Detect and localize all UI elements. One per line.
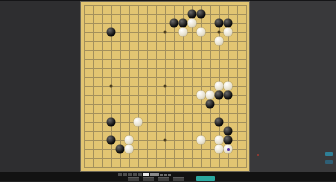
right-edge-badge-top	[325, 152, 333, 156]
nav-segment[interactable]	[118, 173, 122, 176]
black-stone	[206, 100, 215, 109]
goban-grid[interactable]	[84, 5, 247, 168]
white-stone	[197, 136, 206, 145]
white-stone	[215, 82, 224, 91]
black-stone	[224, 91, 233, 100]
control-button-3[interactable]	[158, 177, 169, 182]
control-button-2[interactable]	[143, 177, 154, 182]
black-stone	[215, 91, 224, 100]
go-viewer-window	[0, 0, 336, 181]
black-stone	[224, 136, 233, 145]
black-stone	[107, 118, 116, 127]
teal-action-button[interactable]	[196, 176, 215, 181]
black-stone	[107, 136, 116, 145]
control-button-row	[128, 177, 184, 181]
bottom-toolbar	[0, 172, 336, 181]
last-move-marker	[227, 148, 230, 151]
black-stone	[116, 145, 125, 154]
white-stone	[188, 19, 197, 28]
star-point	[110, 85, 113, 88]
control-button-4[interactable]	[173, 177, 184, 182]
control-button-1[interactable]	[128, 177, 139, 182]
white-stone	[215, 145, 224, 154]
white-stone	[215, 136, 224, 145]
white-stone	[125, 136, 134, 145]
white-stone	[206, 91, 215, 100]
nav-dash[interactable]	[160, 174, 163, 176]
go-board[interactable]	[80, 1, 250, 172]
black-stone	[224, 127, 233, 136]
white-stone	[224, 82, 233, 91]
black-stone	[215, 118, 224, 127]
white-stone	[197, 91, 206, 100]
black-stone	[197, 10, 206, 19]
white-stone	[179, 28, 188, 37]
nav-dash[interactable]	[164, 174, 167, 176]
star-point	[218, 31, 221, 34]
black-stone	[107, 28, 116, 37]
star-point	[164, 85, 167, 88]
black-stone	[215, 19, 224, 28]
white-stone	[134, 118, 143, 127]
nav-dash[interactable]	[168, 174, 171, 176]
black-stone	[170, 19, 179, 28]
black-stone	[224, 19, 233, 28]
white-stone	[224, 28, 233, 37]
white-stone	[125, 145, 134, 154]
nav-segment[interactable]	[123, 173, 127, 176]
left-letterbox	[0, 0, 80, 172]
white-stone	[215, 37, 224, 46]
white-stone	[197, 28, 206, 37]
right-letterbox	[250, 0, 336, 172]
right-edge-badge-bottom	[325, 160, 333, 164]
star-point	[164, 139, 167, 142]
red-indicator-dot	[257, 154, 259, 156]
star-point	[164, 31, 167, 34]
black-stone	[179, 19, 188, 28]
white-stone	[224, 145, 233, 154]
black-stone	[188, 10, 197, 19]
